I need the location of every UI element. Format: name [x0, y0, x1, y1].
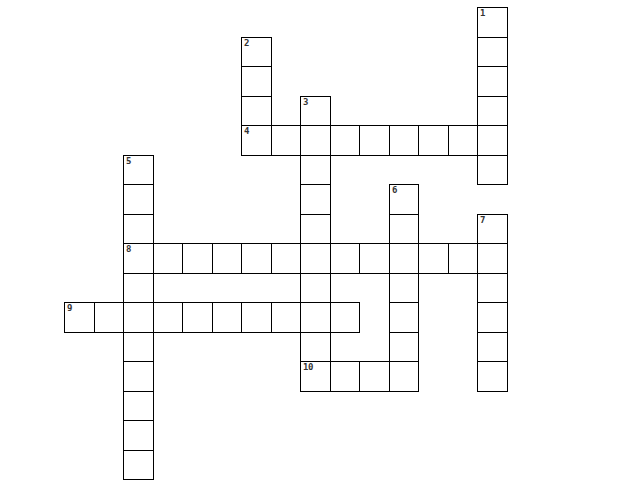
crossword-cell[interactable]	[477, 96, 508, 126]
crossword-cell[interactable]	[271, 125, 301, 156]
crossword-cell[interactable]	[212, 302, 242, 333]
crossword-cell[interactable]	[241, 302, 272, 333]
crossword-cell[interactable]	[182, 243, 213, 274]
crossword-cell[interactable]	[212, 243, 242, 274]
crossword-cell[interactable]	[94, 302, 124, 333]
crossword-cell[interactable]	[477, 332, 508, 362]
crossword-cell[interactable]	[389, 243, 419, 274]
crossword-cell[interactable]	[477, 243, 508, 274]
crossword-cell[interactable]	[477, 273, 508, 303]
crossword-cell[interactable]	[123, 420, 154, 451]
crossword-cell[interactable]	[241, 66, 272, 97]
crossword-cell[interactable]	[300, 184, 331, 215]
crossword-cell[interactable]	[477, 37, 508, 67]
crossword-cell[interactable]	[123, 391, 154, 421]
crossword-cell[interactable]	[153, 243, 183, 274]
crossword-cell[interactable]	[241, 243, 272, 274]
crossword-cell[interactable]	[359, 243, 390, 274]
crossword-cell[interactable]	[300, 302, 331, 333]
crossword-cell[interactable]	[477, 361, 508, 392]
crossword-cell[interactable]	[123, 273, 154, 303]
crossword-cell[interactable]: 1	[477, 7, 508, 38]
crossword-cell[interactable]	[389, 214, 419, 244]
crossword-cell[interactable]	[271, 302, 301, 333]
crossword-cell[interactable]: 7	[477, 214, 508, 244]
crossword-cell[interactable]	[330, 243, 360, 274]
crossword-cell[interactable]	[448, 243, 478, 274]
crossword-cell[interactable]	[389, 125, 419, 156]
clue-number: 8	[126, 245, 131, 254]
crossword-cell[interactable]	[389, 273, 419, 303]
clue-number: 3	[303, 98, 308, 107]
crossword-cell[interactable]	[330, 125, 360, 156]
crossword-page: 12345678910	[0, 0, 619, 490]
crossword-cell[interactable]	[123, 184, 154, 215]
crossword-cell[interactable]	[123, 332, 154, 362]
crossword-cell[interactable]: 3	[300, 96, 331, 126]
clue-number: 7	[480, 216, 485, 225]
clue-number: 5	[126, 157, 131, 166]
crossword-cell[interactable]: 10	[300, 361, 331, 392]
crossword-cell[interactable]	[153, 302, 183, 333]
crossword-cell[interactable]	[300, 332, 331, 362]
clue-number: 2	[244, 39, 249, 48]
crossword-cell[interactable]	[123, 214, 154, 244]
crossword-cell[interactable]	[182, 302, 213, 333]
crossword-cell[interactable]	[300, 155, 331, 185]
crossword-cell[interactable]: 2	[241, 37, 272, 67]
crossword-cell[interactable]	[330, 302, 360, 333]
clue-number: 6	[392, 186, 397, 195]
crossword-cell[interactable]	[418, 243, 449, 274]
crossword-cell[interactable]	[477, 302, 508, 333]
crossword-cell[interactable]	[330, 361, 360, 392]
crossword-cell[interactable]	[389, 302, 419, 333]
crossword-cell[interactable]	[123, 302, 154, 333]
crossword-cell[interactable]	[123, 361, 154, 392]
clue-number: 4	[244, 127, 249, 136]
crossword-cell[interactable]	[418, 125, 449, 156]
crossword-cell[interactable]	[359, 125, 390, 156]
crossword-cell[interactable]: 6	[389, 184, 419, 215]
crossword-cell[interactable]: 8	[123, 243, 154, 274]
crossword-cell[interactable]	[271, 243, 301, 274]
crossword-cell[interactable]	[300, 214, 331, 244]
clue-number: 10	[303, 363, 313, 372]
crossword-cell[interactable]	[448, 125, 478, 156]
crossword-cell[interactable]	[389, 361, 419, 392]
crossword-cell[interactable]: 4	[241, 125, 272, 156]
crossword-cell[interactable]	[300, 273, 331, 303]
crossword-cell[interactable]: 9	[64, 302, 95, 333]
crossword-cell[interactable]	[300, 125, 331, 156]
clue-number: 9	[67, 304, 72, 313]
crossword-cell[interactable]: 5	[123, 155, 154, 185]
crossword-cell[interactable]	[359, 361, 390, 392]
crossword-cell[interactable]	[123, 450, 154, 480]
crossword-cell[interactable]	[241, 96, 272, 126]
clue-number: 1	[480, 9, 485, 18]
crossword-cell[interactable]	[477, 66, 508, 97]
crossword-cell[interactable]	[477, 155, 508, 185]
crossword-cell[interactable]	[389, 332, 419, 362]
crossword-cell[interactable]	[477, 125, 508, 156]
crossword-cell[interactable]	[300, 243, 331, 274]
